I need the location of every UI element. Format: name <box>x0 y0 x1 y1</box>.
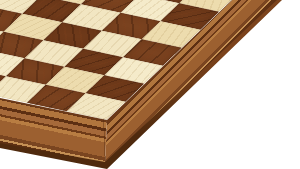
chessboard-photo <box>0 0 300 169</box>
